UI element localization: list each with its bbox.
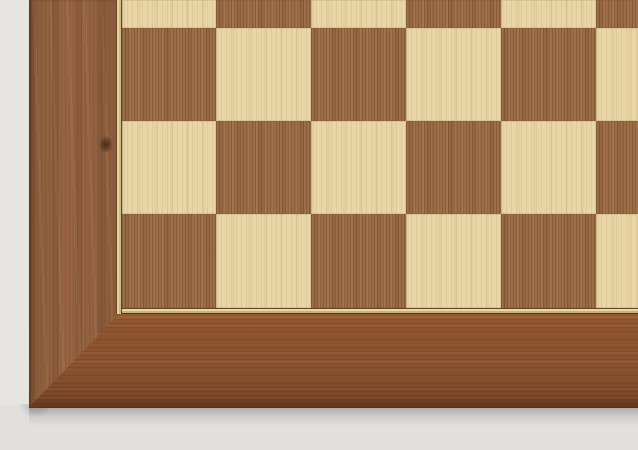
board-square [406, 28, 501, 121]
board-square [216, 121, 311, 214]
board-square [596, 214, 638, 308]
board-square [501, 121, 596, 214]
board-square [406, 214, 501, 308]
board-square [501, 214, 596, 308]
board-square [501, 0, 596, 28]
board-frame-bottom-rail [29, 311, 638, 408]
board-square [216, 28, 311, 121]
board-square [501, 28, 596, 121]
board-square [596, 28, 638, 121]
wood-knot [99, 136, 113, 153]
board-square [596, 0, 638, 28]
board-square [216, 0, 311, 28]
board-square [596, 121, 638, 214]
board-square [311, 0, 406, 28]
board-square [216, 214, 311, 308]
board-square [311, 28, 406, 121]
board-square [311, 214, 406, 308]
board-square [122, 0, 216, 28]
board-square [406, 0, 501, 28]
board-square [406, 121, 501, 214]
board-square [122, 121, 216, 214]
frame-drop-shadow [29, 408, 638, 426]
board-square [311, 121, 406, 214]
board-square [122, 214, 216, 308]
inlay-line-horizontal [116, 308, 638, 314]
board-square [122, 28, 216, 121]
chessboard-photo [0, 0, 638, 450]
chessboard-grid [122, 0, 638, 308]
